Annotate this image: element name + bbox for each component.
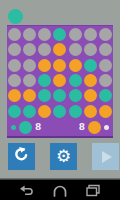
back-icon[interactable]: [19, 183, 35, 197]
android-navbar: [0, 180, 120, 200]
turn-indicator: [8, 9, 23, 24]
empty-slot: [99, 43, 112, 56]
teal-disc: [38, 74, 51, 87]
cell-r4c2[interactable]: [22, 73, 37, 88]
cell-r3c4[interactable]: [52, 58, 67, 73]
cell-r5c6[interactable]: [83, 88, 98, 103]
empty-slot: [99, 74, 112, 87]
empty-slot: [8, 74, 21, 87]
orange-disc: [53, 43, 66, 56]
cell-r3c5[interactable]: [68, 58, 83, 73]
cell-r1c7[interactable]: [98, 27, 113, 42]
recents-icon[interactable]: [85, 183, 101, 197]
cell-r3c6[interactable]: [83, 58, 98, 73]
empty-slot: [38, 43, 51, 56]
cell-r6c1[interactable]: [7, 104, 22, 119]
orange-disc: [69, 59, 82, 72]
teal-disc: [53, 105, 66, 118]
cell-r3c7[interactable]: [98, 58, 113, 73]
teal-disc: [38, 89, 51, 102]
board-grid: [7, 26, 113, 119]
cell-r5c5[interactable]: [68, 88, 83, 103]
empty-slot: [8, 28, 21, 41]
teal-disc: [53, 28, 66, 41]
orange-disc: [53, 59, 66, 72]
cell-r4c3[interactable]: [37, 73, 52, 88]
cell-r6c5[interactable]: [68, 104, 83, 119]
cell-r4c4[interactable]: [52, 73, 67, 88]
cell-r1c2[interactable]: [22, 27, 37, 42]
cell-r5c4[interactable]: [52, 88, 67, 103]
cell-r3c3[interactable]: [37, 58, 52, 73]
orange-disc: [84, 105, 97, 118]
empty-slot: [38, 28, 51, 41]
cell-r4c6[interactable]: [83, 73, 98, 88]
home-icon[interactable]: [52, 183, 68, 197]
undo-icon: [13, 146, 30, 167]
empty-slot: [8, 43, 21, 56]
teal-disc: [69, 74, 82, 87]
gear-icon: ⚙: [56, 148, 71, 165]
cell-r2c4[interactable]: [52, 42, 67, 57]
cell-r4c1[interactable]: [7, 73, 22, 88]
cell-r2c7[interactable]: [98, 42, 113, 57]
cell-r1c5[interactable]: [68, 27, 83, 42]
cell-r2c2[interactable]: [22, 42, 37, 57]
teal-disc: [69, 105, 82, 118]
cell-r6c2[interactable]: [22, 104, 37, 119]
app-screen: 8 8 ⚙: [0, 0, 120, 200]
orange-disc: [38, 105, 51, 118]
empty-slot: [99, 28, 112, 41]
empty-slot: [23, 28, 36, 41]
play-triangle-icon: [102, 151, 112, 163]
cell-r2c1[interactable]: [7, 42, 22, 57]
orange-disc: [53, 74, 66, 87]
empty-slot: [99, 59, 112, 72]
cell-r4c7[interactable]: [98, 73, 113, 88]
orange-marker-dot: [104, 125, 109, 130]
cell-r6c7[interactable]: [98, 104, 113, 119]
cell-r6c3[interactable]: [37, 104, 52, 119]
cell-r2c6[interactable]: [83, 42, 98, 57]
cell-r2c3[interactable]: [37, 42, 52, 57]
cell-r2c5[interactable]: [68, 42, 83, 57]
empty-slot: [69, 43, 82, 56]
orange-score-group: 8: [79, 121, 109, 134]
teal-disc: [99, 89, 112, 102]
orange-disc: [8, 89, 21, 102]
cell-r4c5[interactable]: [68, 73, 83, 88]
teal-disc: [69, 89, 82, 102]
cell-r5c1[interactable]: [7, 88, 22, 103]
teal-player-disc: [19, 121, 32, 134]
cell-r5c3[interactable]: [37, 88, 52, 103]
game-board: 8 8: [7, 25, 113, 138]
orange-disc: [84, 74, 97, 87]
teal-first-move-dot: [11, 125, 16, 130]
empty-slot: [23, 59, 36, 72]
cell-r6c6[interactable]: [83, 104, 98, 119]
cell-r5c2[interactable]: [22, 88, 37, 103]
orange-disc: [99, 105, 112, 118]
orange-score: 8: [79, 123, 85, 132]
teal-score-group: 8: [11, 121, 41, 134]
cell-r3c1[interactable]: [7, 58, 22, 73]
score-bar: 8 8: [7, 118, 113, 136]
cell-r6c4[interactable]: [52, 104, 67, 119]
orange-player-disc: [88, 121, 101, 134]
settings-button[interactable]: ⚙: [50, 143, 77, 170]
orange-disc: [23, 89, 36, 102]
empty-slot: [69, 28, 82, 41]
empty-slot: [84, 43, 97, 56]
teal-disc: [84, 59, 97, 72]
orange-disc: [38, 59, 51, 72]
teal-disc: [8, 105, 21, 118]
empty-slot: [23, 43, 36, 56]
cell-r1c1[interactable]: [7, 27, 22, 42]
teal-disc: [53, 89, 66, 102]
play-button[interactable]: [92, 143, 119, 170]
teal-score: 8: [35, 123, 41, 132]
teal-disc: [23, 105, 36, 118]
cell-r1c3[interactable]: [37, 27, 52, 42]
empty-slot: [84, 28, 97, 41]
cell-r5c7[interactable]: [98, 88, 113, 103]
cell-r3c2[interactable]: [22, 58, 37, 73]
empty-slot: [8, 59, 21, 72]
cell-r1c6[interactable]: [83, 27, 98, 42]
cell-r1c4[interactable]: [52, 27, 67, 42]
empty-slot: [23, 74, 36, 87]
orange-disc: [84, 89, 97, 102]
undo-button[interactable]: [8, 143, 35, 170]
